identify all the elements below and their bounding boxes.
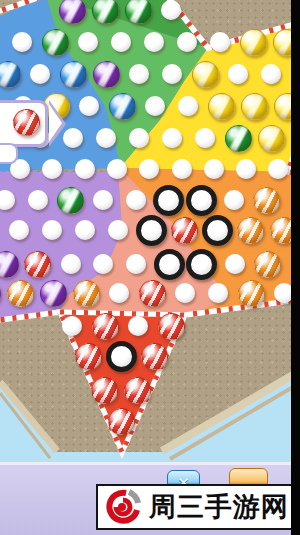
board-hole[interactable] bbox=[78, 32, 98, 52]
board-hole[interactable] bbox=[162, 128, 182, 148]
board-hole[interactable] bbox=[109, 283, 129, 303]
board-hole[interactable] bbox=[9, 220, 29, 240]
marble-red[interactable] bbox=[92, 313, 119, 340]
board-hole[interactable] bbox=[175, 283, 195, 303]
marble-blue[interactable] bbox=[109, 93, 136, 120]
board-hole[interactable] bbox=[204, 159, 224, 179]
board-hole[interactable] bbox=[129, 64, 149, 84]
board-hole[interactable] bbox=[228, 64, 248, 84]
marble-yellow[interactable] bbox=[241, 93, 268, 120]
marble-orange[interactable] bbox=[237, 217, 264, 244]
board-hole[interactable] bbox=[126, 190, 146, 210]
board-hole[interactable] bbox=[177, 32, 197, 52]
marble-red[interactable] bbox=[158, 313, 185, 340]
marble-orange[interactable] bbox=[254, 251, 281, 278]
move-hint-ring[interactable] bbox=[153, 185, 184, 216]
marble-red[interactable] bbox=[108, 408, 135, 435]
marble-yellow[interactable] bbox=[208, 93, 235, 120]
marble-red[interactable] bbox=[91, 377, 118, 404]
watermark-logo-icon bbox=[103, 487, 143, 527]
marble-green[interactable] bbox=[125, 0, 152, 24]
watermark-box: 周三手游网 bbox=[96, 484, 300, 530]
board-hole[interactable] bbox=[28, 190, 48, 210]
marble-orange[interactable] bbox=[253, 187, 280, 214]
board-hole[interactable] bbox=[30, 64, 50, 84]
board-hole[interactable] bbox=[61, 254, 81, 274]
marble-green[interactable] bbox=[57, 187, 84, 214]
board-hole[interactable] bbox=[208, 283, 228, 303]
move-hint-ring[interactable] bbox=[186, 185, 217, 216]
board-hole[interactable] bbox=[79, 96, 99, 116]
board-hole[interactable] bbox=[75, 220, 95, 240]
marble-orange[interactable] bbox=[238, 280, 265, 307]
board-hole[interactable] bbox=[42, 220, 62, 240]
board-edge-right bbox=[162, 371, 300, 451]
marble-red[interactable] bbox=[171, 217, 198, 244]
board-hole[interactable] bbox=[161, 0, 181, 20]
board-hole[interactable] bbox=[144, 32, 164, 52]
marble-orange[interactable] bbox=[73, 280, 100, 307]
game-screen: ✕ 周三手游网 bbox=[0, 0, 300, 535]
board-hole[interactable] bbox=[172, 159, 192, 179]
move-hint-ring[interactable] bbox=[136, 215, 167, 246]
move-hint-ring[interactable] bbox=[106, 341, 137, 372]
board-edge-left bbox=[0, 382, 57, 451]
board-hole[interactable] bbox=[225, 254, 245, 274]
board-hole[interactable] bbox=[178, 96, 198, 116]
marble-orange[interactable] bbox=[7, 280, 34, 307]
board-hole[interactable] bbox=[236, 159, 256, 179]
secondary-tray bbox=[0, 143, 18, 164]
tray-marble-red bbox=[13, 109, 40, 136]
board-hole[interactable] bbox=[93, 190, 113, 210]
board-hole[interactable] bbox=[224, 190, 244, 210]
marble-red[interactable] bbox=[141, 343, 168, 370]
marble-green[interactable] bbox=[225, 125, 252, 152]
tray-arrow-fill bbox=[49, 104, 62, 142]
board-hole[interactable] bbox=[128, 316, 148, 336]
board-hole[interactable] bbox=[107, 159, 127, 179]
move-hint-ring[interactable] bbox=[154, 249, 185, 280]
marble-purple[interactable] bbox=[40, 280, 67, 307]
board-hole[interactable] bbox=[195, 128, 215, 148]
marble-yellow[interactable] bbox=[258, 125, 285, 152]
move-hint-ring[interactable] bbox=[186, 249, 217, 280]
marble-blue[interactable] bbox=[60, 61, 87, 88]
marble-red[interactable] bbox=[139, 280, 166, 307]
board-hole[interactable] bbox=[75, 159, 95, 179]
move-hint-ring[interactable] bbox=[202, 215, 233, 246]
board-hole[interactable] bbox=[62, 316, 82, 336]
marble-purple[interactable] bbox=[59, 0, 86, 24]
marble-yellow[interactable] bbox=[192, 61, 219, 88]
board-hole[interactable] bbox=[63, 128, 83, 148]
board-hole[interactable] bbox=[162, 64, 182, 84]
marble-yellow[interactable] bbox=[240, 29, 267, 56]
marble-red[interactable] bbox=[124, 377, 151, 404]
board-hole[interactable] bbox=[210, 32, 230, 52]
board-hole[interactable] bbox=[145, 96, 165, 116]
board-edge-left-dark bbox=[0, 393, 50, 458]
board-hole[interactable] bbox=[12, 32, 32, 52]
marble-red[interactable] bbox=[24, 251, 51, 278]
marble-green[interactable] bbox=[92, 0, 119, 24]
board-hole[interactable] bbox=[108, 220, 128, 240]
board-hole[interactable] bbox=[129, 128, 149, 148]
marble-blue[interactable] bbox=[0, 61, 21, 88]
board-hole[interactable] bbox=[96, 128, 116, 148]
watermark-text: 周三手游网 bbox=[149, 489, 289, 525]
board-edge-right-dark bbox=[170, 383, 300, 459]
board-hole[interactable] bbox=[261, 64, 281, 84]
screen-edge-strip bbox=[291, 0, 300, 535]
board-hole[interactable] bbox=[111, 32, 131, 52]
marble-green[interactable] bbox=[42, 29, 69, 56]
marble-purple[interactable] bbox=[93, 61, 120, 88]
marble-red[interactable] bbox=[75, 343, 102, 370]
